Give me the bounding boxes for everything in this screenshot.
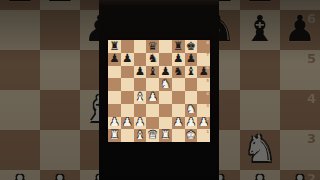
- square-h2: ♟2: [280, 170, 320, 180]
- white-pawn-icon: ♟: [4, 171, 36, 180]
- rank-coordinate: 7: [206, 53, 209, 57]
- rank-coordinate: 3: [307, 132, 316, 145]
- square-f7[interactable]: ♟: [172, 53, 185, 66]
- square-g2: ♟: [240, 170, 280, 180]
- square-g3: ♞: [240, 130, 280, 170]
- black-pawn-icon: ♟: [244, 0, 276, 7]
- square-g6: ♝: [240, 10, 280, 50]
- black-pawn-icon: ♟: [4, 0, 36, 7]
- square-b2[interactable]: ♟: [121, 117, 134, 130]
- white-pawn-icon: ♟: [135, 117, 145, 129]
- square-b4: [40, 90, 80, 130]
- square-g6[interactable]: ♝: [185, 66, 198, 79]
- square-e3[interactable]: [159, 104, 172, 117]
- square-b6: [40, 10, 80, 50]
- square-e2[interactable]: [159, 117, 172, 130]
- black-bishop-icon: ♝: [244, 11, 276, 47]
- square-a7: ♟: [0, 0, 40, 10]
- rank-coordinate: 5: [206, 79, 209, 83]
- square-h8[interactable]: 8: [197, 40, 210, 53]
- square-f8[interactable]: ♜: [172, 40, 185, 53]
- square-c2[interactable]: ♟: [134, 117, 147, 130]
- square-h4: 4: [280, 90, 320, 130]
- square-g2[interactable]: ♟: [185, 117, 198, 130]
- rank-coordinate: 4: [307, 92, 316, 105]
- square-b4[interactable]: [121, 91, 134, 104]
- square-b3: [40, 130, 80, 170]
- black-pawn-icon: ♟: [135, 66, 145, 78]
- square-d5[interactable]: [146, 78, 159, 91]
- white-pawn-icon: ♟: [147, 91, 157, 103]
- black-rook-icon: ♜: [109, 40, 119, 52]
- white-pawn-icon: ♟: [244, 171, 276, 180]
- rank-coordinate: 3: [206, 104, 209, 108]
- white-knight-icon: ♞: [186, 104, 196, 116]
- square-h4[interactable]: 4: [197, 91, 210, 104]
- square-e6[interactable]: ♟: [159, 66, 172, 79]
- square-a7[interactable]: ♟: [108, 53, 121, 66]
- black-king-icon: ♚: [186, 40, 196, 52]
- square-d6[interactable]: ♝: [146, 66, 159, 79]
- square-d1[interactable]: ♛: [146, 129, 159, 142]
- square-g7: ♟: [240, 0, 280, 10]
- square-a8[interactable]: ♜: [108, 40, 121, 53]
- square-f5[interactable]: [172, 78, 185, 91]
- white-rook-icon: ♜: [160, 130, 170, 142]
- black-bishop-icon: ♝: [186, 66, 196, 78]
- black-queen-icon: ♛: [147, 40, 157, 52]
- black-pawn-icon: ♟: [122, 53, 132, 65]
- white-king-icon: ♚: [186, 130, 196, 142]
- square-f1[interactable]: [172, 129, 185, 142]
- square-c6[interactable]: ♟: [134, 66, 147, 79]
- square-f3[interactable]: [172, 104, 185, 117]
- square-a6: [0, 10, 40, 50]
- square-c8[interactable]: [134, 40, 147, 53]
- square-g5[interactable]: [185, 78, 198, 91]
- square-b3[interactable]: [121, 104, 134, 117]
- video-frame: ♜♛♜♚8♟♟♞♟♟7♟♝♟♞♝♟6♞5♝♟4♞3♟♟♟♟♟♟2♜♝♛♜♚1 ♜…: [0, 0, 320, 180]
- square-a3: [0, 130, 40, 170]
- square-g1[interactable]: ♚: [185, 129, 198, 142]
- square-h3: 3: [280, 130, 320, 170]
- white-pawn-icon: ♟: [122, 117, 132, 129]
- black-pawn-icon: ♟: [44, 0, 76, 7]
- black-pawn-icon: ♟: [160, 66, 170, 78]
- square-d2[interactable]: [146, 117, 159, 130]
- chess-board: ♜♛♜♚8♟♟♞♟♟7♟♝♟♞♝♟6♞5♝♟4♞3♟♟♟♟♟♟2♜♝♛♜♚1: [108, 40, 210, 142]
- square-g7[interactable]: ♟: [185, 53, 198, 66]
- white-rook-icon: ♜: [109, 130, 119, 142]
- square-c1[interactable]: ♝: [134, 129, 147, 142]
- square-a5: [0, 50, 40, 90]
- square-f2[interactable]: ♟: [172, 117, 185, 130]
- rank-coordinate: 5: [307, 52, 316, 65]
- square-b8[interactable]: [121, 40, 134, 53]
- white-queen-icon: ♛: [147, 130, 157, 142]
- square-a4: [0, 90, 40, 130]
- rank-coordinate: 6: [206, 66, 209, 70]
- square-f6[interactable]: ♞: [172, 66, 185, 79]
- square-f4[interactable]: [172, 91, 185, 104]
- white-pawn-icon: ♟: [109, 117, 119, 129]
- rank-coordinate: 6: [307, 12, 316, 25]
- square-g4: [240, 90, 280, 130]
- square-g4[interactable]: [185, 91, 198, 104]
- black-pawn-icon: ♟: [109, 53, 119, 65]
- square-c4[interactable]: ♝: [134, 91, 147, 104]
- square-g8[interactable]: ♚: [185, 40, 198, 53]
- square-b2: ♟: [40, 170, 80, 180]
- square-b5[interactable]: [121, 78, 134, 91]
- square-b6[interactable]: [121, 66, 134, 79]
- square-h6[interactable]: ♟6: [197, 66, 210, 79]
- square-d4[interactable]: ♟: [146, 91, 159, 104]
- square-c5[interactable]: [134, 78, 147, 91]
- black-bishop-icon: ♝: [147, 66, 157, 78]
- square-g3[interactable]: ♞: [185, 104, 198, 117]
- black-knight-icon: ♞: [147, 53, 157, 65]
- square-h5: 5: [280, 50, 320, 90]
- rank-coordinate: 2: [307, 172, 316, 180]
- square-h5[interactable]: 5: [197, 78, 210, 91]
- square-a6[interactable]: [108, 66, 121, 79]
- black-rook-icon: ♜: [173, 40, 183, 52]
- square-a5[interactable]: [108, 78, 121, 91]
- square-h2[interactable]: ♟2: [197, 117, 210, 130]
- square-b5: [40, 50, 80, 90]
- rank-coordinate: 8: [206, 41, 209, 45]
- square-d8[interactable]: ♛: [146, 40, 159, 53]
- square-b7[interactable]: ♟: [121, 53, 134, 66]
- square-a2: ♟: [0, 170, 40, 180]
- black-pawn-icon: ♟: [173, 53, 183, 65]
- square-e4[interactable]: [159, 91, 172, 104]
- square-d7[interactable]: ♞: [146, 53, 159, 66]
- square-e7[interactable]: [159, 53, 172, 66]
- square-d3[interactable]: [146, 104, 159, 117]
- rank-coordinate: 2: [206, 117, 209, 121]
- square-e1[interactable]: ♜: [159, 129, 172, 142]
- square-a1[interactable]: ♜: [108, 129, 121, 142]
- square-c7[interactable]: [134, 53, 147, 66]
- white-bishop-icon: ♝: [135, 91, 145, 103]
- rank-coordinate: 4: [206, 92, 209, 96]
- square-a4[interactable]: [108, 91, 121, 104]
- square-c3[interactable]: [134, 104, 147, 117]
- square-h7: 7: [280, 0, 320, 10]
- square-h1[interactable]: 1: [197, 129, 210, 142]
- square-h6: ♟6: [280, 10, 320, 50]
- square-a2[interactable]: ♟: [108, 117, 121, 130]
- square-b7: ♟: [40, 0, 80, 10]
- white-pawn-icon: ♟: [173, 117, 183, 129]
- white-bishop-icon: ♝: [135, 130, 145, 142]
- white-pawn-icon: ♟: [44, 171, 76, 180]
- square-h3[interactable]: 3: [197, 104, 210, 117]
- square-b1[interactable]: [121, 129, 134, 142]
- white-knight-icon: ♞: [244, 131, 276, 167]
- white-knight-icon: ♞: [160, 79, 170, 91]
- rank-coordinate: 1: [206, 130, 209, 134]
- square-a3[interactable]: [108, 104, 121, 117]
- black-knight-icon: ♞: [173, 66, 183, 78]
- square-e8[interactable]: [159, 40, 172, 53]
- square-e5[interactable]: ♞: [159, 78, 172, 91]
- white-pawn-icon: ♟: [186, 117, 196, 129]
- square-h7[interactable]: 7: [197, 53, 210, 66]
- video-strip: ♜♛♜♚8♟♟♞♟♟7♟♝♟♞♝♟6♞5♝♟4♞3♟♟♟♟♟♟2♜♝♛♜♚1: [99, 0, 219, 180]
- black-pawn-icon: ♟: [186, 53, 196, 65]
- square-g5: [240, 50, 280, 90]
